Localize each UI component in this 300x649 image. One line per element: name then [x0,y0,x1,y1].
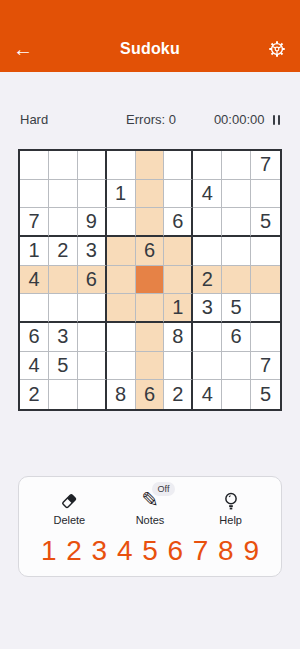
sudoku-cell-r1c8[interactable] [222,151,251,180]
sudoku-cell-r6c6[interactable]: 1 [164,294,193,323]
sudoku-cell-r5c3[interactable]: 6 [78,266,107,295]
sudoku-cell-r9c6[interactable]: 2 [164,380,193,409]
sudoku-cell-r7c4[interactable] [107,323,136,352]
gear-icon [267,39,287,59]
control-panel: Delete Off ✎ Notes Help 123456789 [18,476,282,577]
sudoku-cell-r8c3[interactable] [78,352,107,381]
notes-button[interactable]: Off ✎ Notes [110,489,191,526]
sudoku-cell-r6c2[interactable] [49,294,78,323]
sudoku-cell-r1c2[interactable] [49,151,78,180]
sudoku-cell-r3c8[interactable] [222,208,251,237]
sudoku-cell-r8c4[interactable] [107,352,136,381]
sudoku-cell-r2c5[interactable] [136,180,165,209]
sudoku-cell-r5c8[interactable] [222,266,251,295]
sudoku-cell-r2c8[interactable] [222,180,251,209]
sudoku-cell-r1c6[interactable] [164,151,193,180]
sudoku-cell-r6c4[interactable] [107,294,136,323]
number-pad: 123456789 [29,534,271,568]
sudoku-cell-r1c7[interactable] [193,151,222,180]
eraser-icon [58,490,80,512]
sudoku-cell-r7c2[interactable]: 3 [49,323,78,352]
sudoku-cell-r6c7[interactable]: 3 [193,294,222,323]
help-label: Help [219,514,242,526]
sudoku-cell-r1c5[interactable] [136,151,165,180]
numpad-key-9[interactable]: 9 [243,534,259,568]
sudoku-cell-r2c4[interactable]: 1 [107,180,136,209]
numpad-key-5[interactable]: 5 [142,534,158,568]
sudoku-cell-r9c7[interactable]: 4 [193,380,222,409]
sudoku-cell-r6c1[interactable] [20,294,49,323]
sudoku-cell-r6c5[interactable] [136,294,165,323]
numpad-key-1[interactable]: 1 [41,534,57,568]
sudoku-cell-r3c5[interactable] [136,208,165,237]
sudoku-cell-r6c8[interactable]: 5 [222,294,251,323]
delete-button[interactable]: Delete [29,489,110,526]
sudoku-cell-r4c5[interactable]: 6 [136,237,165,266]
sudoku-cell-r1c1[interactable] [20,151,49,180]
sudoku-cell-r7c8[interactable]: 6 [222,323,251,352]
numpad-key-2[interactable]: 2 [66,534,82,568]
sudoku-cell-r9c5[interactable]: 6 [136,380,165,409]
sudoku-cell-r3c1[interactable]: 7 [20,208,49,237]
sudoku-cell-r3c2[interactable] [49,208,78,237]
numpad-key-6[interactable]: 6 [167,534,183,568]
sudoku-cell-r5c5[interactable] [136,266,165,295]
help-button[interactable]: Help [190,489,271,526]
numpad-key-4[interactable]: 4 [117,534,133,568]
sudoku-cell-r5c1[interactable]: 4 [20,266,49,295]
sudoku-cell-r7c6[interactable]: 8 [164,323,193,352]
sudoku-cell-r1c3[interactable] [78,151,107,180]
sudoku-cell-r9c4[interactable]: 8 [107,380,136,409]
sudoku-cell-r2c2[interactable] [49,180,78,209]
back-arrow-icon[interactable]: ← [13,39,33,59]
sudoku-cell-r2c3[interactable] [78,180,107,209]
sudoku-cell-r8c8[interactable] [222,352,251,381]
sudoku-cell-r5c9[interactable] [251,266,280,295]
sudoku-board: 714796512364621356386457286245 [18,149,282,411]
sudoku-cell-r4c2[interactable]: 2 [49,237,78,266]
pause-icon[interactable] [271,113,283,127]
sudoku-cell-r3c4[interactable] [107,208,136,237]
sudoku-cell-r3c6[interactable]: 6 [164,208,193,237]
sudoku-cell-r4c1[interactable]: 1 [20,237,49,266]
sudoku-cell-r6c3[interactable] [78,294,107,323]
errors-counter: Errors: 0 [102,112,200,127]
sudoku-cell-r8c7[interactable] [193,352,222,381]
sudoku-cell-r7c9[interactable] [251,323,280,352]
sudoku-cell-r4c4[interactable] [107,237,136,266]
sudoku-cell-r1c4[interactable] [107,151,136,180]
sudoku-cell-r9c9[interactable]: 5 [251,380,280,409]
sudoku-cell-r5c2[interactable] [49,266,78,295]
game-info-bar: Hard Errors: 0 00:00:00 [18,112,282,127]
sudoku-cell-r8c5[interactable] [136,352,165,381]
sudoku-cell-r5c6[interactable] [164,266,193,295]
sudoku-cell-r3c7[interactable] [193,208,222,237]
sudoku-cell-r8c9[interactable]: 7 [251,352,280,381]
sudoku-cell-r6c9[interactable] [251,294,280,323]
sudoku-cell-r7c1[interactable]: 6 [20,323,49,352]
sudoku-cell-r3c3[interactable]: 9 [78,208,107,237]
numpad-key-7[interactable]: 7 [193,534,209,568]
sudoku-cell-r4c7[interactable] [193,237,222,266]
sudoku-cell-r7c7[interactable] [193,323,222,352]
sudoku-cell-r4c9[interactable] [251,237,280,266]
sudoku-cell-r1c9[interactable]: 7 [251,151,280,180]
sudoku-cell-r9c2[interactable] [49,380,78,409]
sudoku-cell-r8c6[interactable] [164,352,193,381]
sudoku-cell-r7c3[interactable] [78,323,107,352]
sudoku-cell-r2c6[interactable] [164,180,193,209]
pencil-icon: ✎ [141,489,159,510]
sudoku-cell-r8c1[interactable]: 4 [20,352,49,381]
difficulty-label: Hard [18,112,102,127]
sudoku-cell-r4c8[interactable] [222,237,251,266]
app-header: ← Sudoku [0,0,300,72]
numpad-key-3[interactable]: 3 [92,534,108,568]
sudoku-cell-r9c1[interactable]: 2 [20,380,49,409]
sudoku-cell-r2c1[interactable] [20,180,49,209]
sudoku-cell-r2c7[interactable]: 4 [193,180,222,209]
sudoku-cell-r4c6[interactable] [164,237,193,266]
page-title: Sudoku [46,40,254,58]
numpad-key-8[interactable]: 8 [218,534,234,568]
sudoku-cell-r2c9[interactable] [251,180,280,209]
sudoku-cell-r4c3[interactable]: 3 [78,237,107,266]
sudoku-cell-r9c8[interactable] [222,380,251,409]
settings-button[interactable] [254,39,300,59]
sudoku-cell-r5c4[interactable] [107,266,136,295]
sudoku-cell-r7c5[interactable] [136,323,165,352]
timer-value: 00:00:00 [214,112,265,127]
delete-label: Delete [53,514,85,526]
sudoku-cell-r5c7[interactable]: 2 [193,266,222,295]
notes-label: Notes [136,514,165,526]
sudoku-cell-r9c3[interactable] [78,380,107,409]
sudoku-cell-r8c2[interactable]: 5 [49,352,78,381]
sudoku-cell-r3c9[interactable]: 5 [251,208,280,237]
lightbulb-icon [220,490,242,512]
